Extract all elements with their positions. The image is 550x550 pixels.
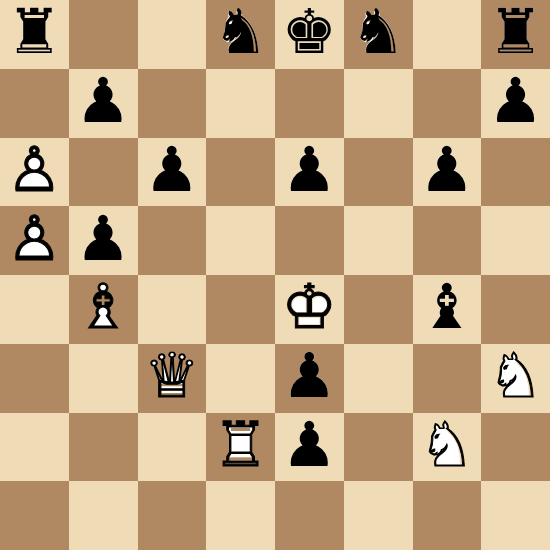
square-f5[interactable] — [344, 206, 413, 275]
white-bishop-glyph-detail: ♗ — [69, 275, 138, 344]
square-a1[interactable] — [0, 481, 69, 550]
square-d1[interactable] — [206, 481, 275, 550]
piece-black-pawn: ♙♟ — [275, 413, 344, 482]
white-knight-glyph-detail: ♘ — [481, 344, 550, 413]
black-bishop-glyph-detail: ♝ — [413, 275, 482, 344]
square-e7[interactable] — [275, 69, 344, 138]
square-e6[interactable]: ♙♟ — [275, 138, 344, 207]
square-g6[interactable]: ♙♟ — [413, 138, 482, 207]
square-b3[interactable] — [69, 344, 138, 413]
square-g2[interactable]: ♞♘ — [413, 413, 482, 482]
piece-black-rook: ♖♜ — [481, 0, 550, 69]
piece-black-pawn: ♙♟ — [138, 138, 207, 207]
square-c4[interactable] — [138, 275, 207, 344]
square-f3[interactable] — [344, 344, 413, 413]
white-pawn-glyph-detail: ♙ — [0, 206, 69, 275]
square-h1[interactable] — [481, 481, 550, 550]
square-d4[interactable] — [206, 275, 275, 344]
square-f7[interactable] — [344, 69, 413, 138]
square-b1[interactable] — [69, 481, 138, 550]
square-e8[interactable]: ♔♚ — [275, 0, 344, 69]
square-g3[interactable] — [413, 344, 482, 413]
piece-white-knight: ♞♘ — [413, 413, 482, 482]
square-f8[interactable]: ♘♞ — [344, 0, 413, 69]
square-h8[interactable]: ♖♜ — [481, 0, 550, 69]
piece-black-pawn: ♙♟ — [275, 138, 344, 207]
square-h7[interactable]: ♙♟ — [481, 69, 550, 138]
black-pawn-glyph-detail: ♟ — [481, 69, 550, 138]
piece-black-bishop: ♗♝ — [413, 275, 482, 344]
square-g7[interactable] — [413, 69, 482, 138]
square-c7[interactable] — [138, 69, 207, 138]
piece-white-king: ♚♔ — [275, 275, 344, 344]
square-b7[interactable]: ♙♟ — [69, 69, 138, 138]
square-h2[interactable] — [481, 413, 550, 482]
white-pawn-glyph-detail: ♙ — [0, 138, 69, 207]
square-h5[interactable] — [481, 206, 550, 275]
square-d7[interactable] — [206, 69, 275, 138]
square-e1[interactable] — [275, 481, 344, 550]
square-f6[interactable] — [344, 138, 413, 207]
square-c2[interactable] — [138, 413, 207, 482]
square-e5[interactable] — [275, 206, 344, 275]
square-f4[interactable] — [344, 275, 413, 344]
square-a3[interactable] — [0, 344, 69, 413]
square-a2[interactable] — [0, 413, 69, 482]
square-e3[interactable]: ♙♟ — [275, 344, 344, 413]
square-a5[interactable]: ♟♙ — [0, 206, 69, 275]
square-f2[interactable] — [344, 413, 413, 482]
square-b5[interactable]: ♙♟ — [69, 206, 138, 275]
square-g4[interactable]: ♗♝ — [413, 275, 482, 344]
square-c5[interactable] — [138, 206, 207, 275]
square-c6[interactable]: ♙♟ — [138, 138, 207, 207]
square-e4[interactable]: ♚♔ — [275, 275, 344, 344]
piece-white-queen: ♛♕ — [138, 344, 207, 413]
piece-black-king: ♔♚ — [275, 0, 344, 69]
black-pawn-glyph-detail: ♟ — [275, 138, 344, 207]
square-f1[interactable] — [344, 481, 413, 550]
square-d5[interactable] — [206, 206, 275, 275]
piece-white-rook: ♜♖ — [206, 413, 275, 482]
square-a7[interactable] — [0, 69, 69, 138]
white-queen-glyph-detail: ♕ — [138, 344, 207, 413]
black-pawn-glyph-detail: ♟ — [275, 344, 344, 413]
square-d3[interactable] — [206, 344, 275, 413]
square-c3[interactable]: ♛♕ — [138, 344, 207, 413]
square-b8[interactable] — [69, 0, 138, 69]
black-rook-glyph-detail: ♜ — [481, 0, 550, 69]
square-b4[interactable]: ♝♗ — [69, 275, 138, 344]
square-d8[interactable]: ♘♞ — [206, 0, 275, 69]
piece-black-knight: ♘♞ — [344, 0, 413, 69]
black-pawn-glyph-detail: ♟ — [138, 138, 207, 207]
black-pawn-glyph-detail: ♟ — [69, 69, 138, 138]
piece-black-pawn: ♙♟ — [275, 344, 344, 413]
square-h3[interactable]: ♞♘ — [481, 344, 550, 413]
white-rook-glyph-detail: ♖ — [206, 413, 275, 482]
square-c8[interactable] — [138, 0, 207, 69]
piece-white-knight: ♞♘ — [481, 344, 550, 413]
black-rook-glyph-detail: ♜ — [0, 0, 69, 69]
black-pawn-glyph-detail: ♟ — [413, 138, 482, 207]
square-h4[interactable] — [481, 275, 550, 344]
square-d6[interactable] — [206, 138, 275, 207]
piece-black-knight: ♘♞ — [206, 0, 275, 69]
black-king-glyph-detail: ♚ — [275, 0, 344, 69]
square-g8[interactable] — [413, 0, 482, 69]
white-knight-glyph-detail: ♘ — [413, 413, 482, 482]
black-pawn-glyph-detail: ♟ — [275, 413, 344, 482]
square-a4[interactable] — [0, 275, 69, 344]
square-g1[interactable] — [413, 481, 482, 550]
square-a6[interactable]: ♟♙ — [0, 138, 69, 207]
square-g5[interactable] — [413, 206, 482, 275]
square-d2[interactable]: ♜♖ — [206, 413, 275, 482]
piece-black-rook: ♖♜ — [0, 0, 69, 69]
piece-white-bishop: ♝♗ — [69, 275, 138, 344]
square-a8[interactable]: ♖♜ — [0, 0, 69, 69]
black-knight-glyph-detail: ♞ — [206, 0, 275, 69]
chess-board: ♖♜♘♞♔♚♘♞♖♜♙♟♙♟♟♙♙♟♙♟♙♟♟♙♙♟♝♗♚♔♗♝♛♕♙♟♞♘♜♖… — [0, 0, 550, 550]
square-b6[interactable] — [69, 138, 138, 207]
chess-board-container: ♖♜♘♞♔♚♘♞♖♜♙♟♙♟♟♙♙♟♙♟♙♟♟♙♙♟♝♗♚♔♗♝♛♕♙♟♞♘♜♖… — [0, 0, 550, 550]
piece-black-pawn: ♙♟ — [413, 138, 482, 207]
piece-black-pawn: ♙♟ — [69, 69, 138, 138]
piece-white-pawn: ♟♙ — [0, 138, 69, 207]
piece-white-pawn: ♟♙ — [0, 206, 69, 275]
square-e2[interactable]: ♙♟ — [275, 413, 344, 482]
square-c1[interactable] — [138, 481, 207, 550]
black-pawn-glyph-detail: ♟ — [69, 206, 138, 275]
square-h6[interactable] — [481, 138, 550, 207]
black-knight-glyph-detail: ♞ — [344, 0, 413, 69]
piece-black-pawn: ♙♟ — [69, 206, 138, 275]
square-b2[interactable] — [69, 413, 138, 482]
piece-black-pawn: ♙♟ — [481, 69, 550, 138]
white-king-glyph-detail: ♔ — [275, 275, 344, 344]
